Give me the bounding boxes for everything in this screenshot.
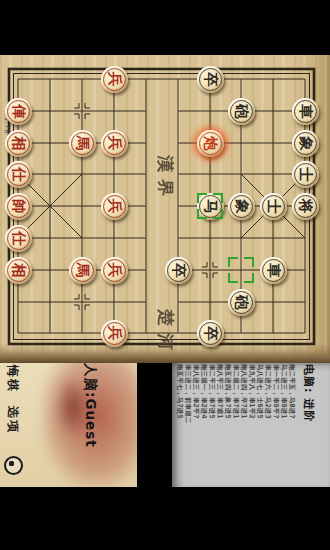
piece-character: 兵 — [107, 199, 122, 214]
piece-character: 俥 — [11, 104, 26, 119]
xiangqi-piece-red-兵[interactable]: 兵 — [101, 66, 128, 93]
piece-character: 象 — [234, 199, 249, 214]
piece-character: 炮 — [203, 136, 218, 151]
menu-circle-icon[interactable] — [4, 456, 23, 475]
piece-character: 兵 — [107, 326, 122, 341]
xiangqi-piece-red-兵[interactable]: 兵 — [101, 320, 128, 347]
piece-character: 帥 — [11, 199, 26, 214]
xiangqi-piece-black-砲[interactable]: 砲 — [228, 289, 255, 316]
piece-character: 仕 — [11, 231, 26, 246]
move-log-panel: 电脑: 进阶 炮二平五，马8进7马二进三，車9进1車一平二，車9平7車二进六，马… — [172, 363, 330, 487]
xiangqi-piece-black-将[interactable]: 将 — [292, 193, 319, 220]
move-log-text: 炮二平五，马8进7马二进三，車9进1車一平二，車9平7車二进六，马2进3马八进七… — [176, 364, 298, 452]
xiangqi-piece-red-相[interactable]: 相 — [5, 130, 32, 157]
xiangqi-piece-red-相[interactable]: 相 — [5, 257, 32, 284]
xiangqi-piece-black-車[interactable]: 車 — [260, 257, 287, 284]
piece-character: 相 — [11, 136, 26, 151]
xiangqi-piece-red-炮[interactable]: 炮 — [197, 130, 224, 157]
xiangqi-board[interactable]: v1.78 漢界 楚河 俥相仕帥仕相馬馬兵兵兵兵兵卒卒炮马卒砲象砲士車車象士将 … — [0, 55, 330, 363]
undo-button[interactable]: 悔棋 — [3, 365, 21, 399]
xiangqi-piece-red-仕[interactable]: 仕 — [5, 225, 32, 252]
piece-character: 車 — [298, 104, 313, 119]
piece-character: 兵 — [107, 72, 122, 87]
piece-character: 将 — [298, 199, 313, 214]
piece-character: 馬 — [75, 263, 90, 278]
xiangqi-piece-red-兵[interactable]: 兵 — [101, 257, 128, 284]
xiangqi-piece-black-卒[interactable]: 卒 — [197, 66, 224, 93]
xiangqi-piece-red-兵[interactable]: 兵 — [101, 193, 128, 220]
piece-character: 兵 — [107, 263, 122, 278]
computer-player-label: 电脑: 进阶 — [299, 364, 316, 450]
app-screen: v1.78 漢界 楚河 俥相仕帥仕相馬馬兵兵兵兵兵卒卒炮马卒砲象砲士車車象士将 … — [0, 0, 330, 550]
xiangqi-piece-black-砲[interactable]: 砲 — [228, 98, 255, 125]
top-black-band — [0, 0, 330, 55]
xiangqi-piece-red-馬[interactable]: 馬 — [69, 257, 96, 284]
xiangqi-piece-black-卒[interactable]: 卒 — [197, 320, 224, 347]
xiangqi-piece-black-象[interactable]: 象 — [292, 130, 319, 157]
xiangqi-piece-black-象[interactable]: 象 — [228, 193, 255, 220]
xiangqi-piece-black-士[interactable]: 士 — [260, 193, 287, 220]
bottom-panel: 悔棋 选项 人脑:Guest 电脑: 进阶 炮二平五，马8进7马二进三，車9进1… — [0, 363, 330, 487]
xiangqi-piece-black-卒[interactable]: 卒 — [165, 257, 192, 284]
piece-character: 象 — [298, 136, 313, 151]
piece-character: 士 — [298, 167, 313, 182]
xiangqi-piece-red-帥[interactable]: 帥 — [5, 193, 32, 220]
piece-character: 卒 — [203, 72, 218, 87]
xiangqi-piece-red-兵[interactable]: 兵 — [101, 130, 128, 157]
left-control-tray: 悔棋 选项 人脑:Guest — [0, 363, 137, 487]
piece-character: 仕 — [11, 167, 26, 182]
xiangqi-piece-red-仕[interactable]: 仕 — [5, 161, 32, 188]
xiangqi-piece-black-士[interactable]: 士 — [292, 161, 319, 188]
piece-character: 卒 — [203, 326, 218, 341]
xiangqi-piece-red-馬[interactable]: 馬 — [69, 130, 96, 157]
piece-character: 砲 — [234, 295, 249, 310]
river-label-chuhe: 楚河 — [151, 309, 177, 367]
piece-character: 兵 — [107, 136, 122, 151]
last-move-from-marker — [228, 257, 254, 283]
river-label-hanjie: 漢界 — [151, 155, 177, 213]
piece-character: 相 — [11, 263, 26, 278]
human-player-label: 人脑:Guest — [77, 363, 99, 469]
piece-character: 士 — [266, 199, 281, 214]
last-move-to-marker — [197, 193, 223, 219]
xiangqi-piece-red-俥[interactable]: 俥 — [5, 98, 32, 125]
xiangqi-piece-black-車[interactable]: 車 — [292, 98, 319, 125]
piece-character: 砲 — [234, 104, 249, 119]
piece-character: 卒 — [171, 263, 186, 278]
bottom-black-band — [0, 487, 330, 550]
piece-character: 車 — [266, 263, 281, 278]
piece-character: 馬 — [75, 136, 90, 151]
options-button[interactable]: 选项 — [3, 406, 21, 442]
